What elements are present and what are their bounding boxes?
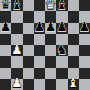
- black-pawn-icon: ♟: [56, 21, 67, 32]
- square-d3[interactable]: [34, 56, 45, 67]
- square-d1[interactable]: [34, 79, 45, 90]
- square-g8[interactable]: [68, 0, 79, 11]
- square-c8[interactable]: [23, 0, 34, 11]
- square-c6[interactable]: [23, 23, 34, 34]
- square-f1[interactable]: [56, 79, 67, 90]
- square-f4[interactable]: ♞: [56, 45, 67, 56]
- square-e8[interactable]: ♛: [45, 0, 56, 11]
- square-h7[interactable]: [79, 11, 90, 22]
- square-d6[interactable]: ♟: [34, 23, 45, 34]
- square-a2[interactable]: [0, 68, 11, 79]
- square-e2[interactable]: [45, 68, 56, 79]
- square-a6[interactable]: ♟: [0, 23, 11, 34]
- square-b7[interactable]: [11, 11, 22, 22]
- black-knight-icon: ♞: [56, 44, 67, 55]
- square-g1[interactable]: ♝: [68, 79, 79, 90]
- square-a3[interactable]: [0, 56, 11, 67]
- square-h8[interactable]: [79, 0, 90, 11]
- square-d5[interactable]: [34, 34, 45, 45]
- square-e5[interactable]: [45, 34, 56, 45]
- square-b5[interactable]: [11, 34, 22, 45]
- square-a4[interactable]: [0, 45, 11, 56]
- square-c1[interactable]: [23, 79, 34, 90]
- square-g5[interactable]: [68, 34, 79, 45]
- square-c7[interactable]: [23, 11, 34, 22]
- square-c2[interactable]: [23, 68, 34, 79]
- square-d4[interactable]: [34, 45, 45, 56]
- square-b8[interactable]: ♝: [11, 0, 22, 11]
- square-d7[interactable]: [34, 11, 45, 22]
- square-f6[interactable]: ♟: [56, 23, 67, 34]
- black-bishop-icon: ♝: [56, 0, 67, 10]
- square-h3[interactable]: [79, 56, 90, 67]
- square-a5[interactable]: [0, 34, 11, 45]
- square-a8[interactable]: ♛: [0, 0, 11, 11]
- square-h1[interactable]: [79, 79, 90, 90]
- square-c4[interactable]: [23, 45, 34, 56]
- square-b4[interactable]: ♟: [11, 45, 22, 56]
- white-bishop-icon: ♝: [68, 77, 79, 88]
- square-e6[interactable]: ♟: [45, 23, 56, 34]
- square-a7[interactable]: [0, 11, 11, 22]
- square-d2[interactable]: [34, 68, 45, 79]
- square-a1[interactable]: [0, 79, 11, 90]
- white-pawn-icon: ♟: [11, 44, 22, 55]
- square-h6[interactable]: ♟: [79, 23, 90, 34]
- square-h4[interactable]: [79, 45, 90, 56]
- black-bishop-icon: ♝: [11, 0, 22, 10]
- square-b3[interactable]: [11, 56, 22, 67]
- square-e1[interactable]: [45, 79, 56, 90]
- square-b2[interactable]: [11, 68, 22, 79]
- black-pawn-icon: ♟: [34, 21, 45, 32]
- black-pawn-icon: ♟: [79, 21, 90, 32]
- square-e4[interactable]: [45, 45, 56, 56]
- square-f2[interactable]: [56, 68, 67, 79]
- square-g3[interactable]: [68, 56, 79, 67]
- square-h5[interactable]: [79, 34, 90, 45]
- square-f7[interactable]: [56, 11, 67, 22]
- square-g4[interactable]: [68, 45, 79, 56]
- black-pawn-icon: ♟: [0, 21, 11, 32]
- square-c5[interactable]: [23, 34, 34, 45]
- white-queen-icon: ♛: [45, 0, 56, 10]
- square-g7[interactable]: [68, 11, 79, 22]
- square-g2[interactable]: [68, 68, 79, 79]
- square-b6[interactable]: [11, 23, 22, 34]
- square-c3[interactable]: [23, 56, 34, 67]
- black-pawn-icon: ♟: [45, 21, 56, 32]
- square-d8[interactable]: [34, 0, 45, 11]
- square-f3[interactable]: [56, 56, 67, 67]
- square-g6[interactable]: [68, 23, 79, 34]
- square-b1[interactable]: ♟: [11, 79, 22, 90]
- white-pawn-icon: ♟: [11, 77, 22, 88]
- square-e3[interactable]: [45, 56, 56, 67]
- black-queen-icon: ♛: [0, 0, 11, 10]
- square-h2[interactable]: [79, 68, 90, 79]
- square-f5[interactable]: [56, 34, 67, 45]
- chess-board: ♛♝♛♝♟♟♟♟♟♟♞♟♝: [0, 0, 90, 90]
- square-e7[interactable]: [45, 11, 56, 22]
- square-f8[interactable]: ♝: [56, 0, 67, 11]
